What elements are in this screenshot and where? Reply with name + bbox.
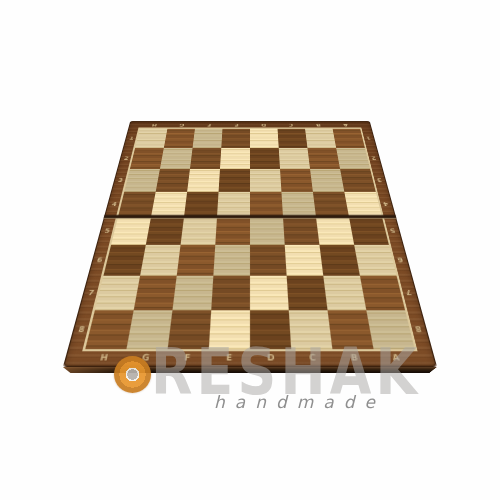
file-label-h: H [81,350,126,365]
file-label-b: B [333,350,377,365]
square-a1 [333,129,365,148]
square-b3 [310,169,344,192]
square-f3 [187,169,220,192]
square-c1 [278,129,308,148]
square-h4 [118,192,156,217]
file-labels-far: HGFEDCBA [140,122,360,129]
square-d8 [250,310,291,349]
file-label-b: B [304,122,332,129]
chessboard: HGFEDCBA HGFEDCBA 12345678 12345678 [63,121,437,367]
square-b8 [328,310,374,349]
square-g4 [151,192,187,217]
square-g6 [140,245,180,276]
square-h2 [130,148,164,169]
square-h8 [85,310,133,349]
file-labels-near: HGFEDCBA [81,350,419,365]
file-label-c: C [291,350,334,365]
watermark-tagline-text: handmade [214,392,385,412]
square-f4 [184,192,219,217]
square-c2 [279,148,310,169]
file-label-g: G [168,122,196,129]
file-label-a: A [374,350,419,365]
square-e2 [220,148,250,169]
file-label-h: H [140,122,169,129]
square-h6 [103,245,145,276]
square-d3 [250,169,281,192]
square-c5 [283,217,319,245]
square-g3 [156,169,190,192]
product-photo: HGFEDCBA HGFEDCBA 12345678 12345678 RESH… [0,0,500,500]
square-f8 [168,310,212,349]
square-c3 [280,169,313,192]
board-front-edge [63,367,437,373]
square-a5 [349,217,389,245]
square-d5 [250,217,285,245]
square-c4 [281,192,316,217]
square-a2 [336,148,370,169]
square-b2 [307,148,340,169]
square-d7 [250,276,289,311]
square-b4 [313,192,349,217]
square-d6 [250,245,287,276]
board-perspective: HGFEDCBA HGFEDCBA 12345678 12345678 [104,71,396,363]
file-label-g: G [123,350,167,365]
square-b5 [316,217,354,245]
square-b6 [319,245,359,276]
board-grid [82,128,418,352]
square-f2 [190,148,221,169]
square-b1 [305,129,336,148]
file-label-c: C [277,122,305,129]
file-label-a: A [331,122,360,129]
square-c7 [287,276,328,311]
square-e3 [219,169,250,192]
square-g2 [160,148,193,169]
square-e5 [215,217,250,245]
square-g7 [134,276,177,311]
square-c6 [285,245,324,276]
square-d1 [250,129,279,148]
square-g1 [164,129,195,148]
file-label-d: D [250,122,277,129]
square-f1 [193,129,223,148]
square-h3 [124,169,160,192]
square-d4 [250,192,283,217]
file-label-e: E [208,350,250,365]
square-e4 [217,192,250,217]
square-e8 [209,310,250,349]
square-a3 [340,169,376,192]
square-b7 [323,276,366,311]
square-e7 [211,276,250,311]
file-label-f: F [195,122,223,129]
square-e6 [213,245,250,276]
square-h7 [95,276,140,311]
square-d2 [250,148,280,169]
square-h1 [135,129,167,148]
file-label-e: E [223,122,250,129]
square-e1 [221,129,250,148]
file-label-f: F [166,350,209,365]
square-g8 [126,310,172,349]
square-c8 [289,310,333,349]
square-a4 [344,192,382,217]
file-label-d: D [250,350,292,365]
square-f5 [181,217,217,245]
square-h5 [111,217,151,245]
square-g5 [146,217,184,245]
square-f7 [172,276,213,311]
square-f6 [177,245,216,276]
